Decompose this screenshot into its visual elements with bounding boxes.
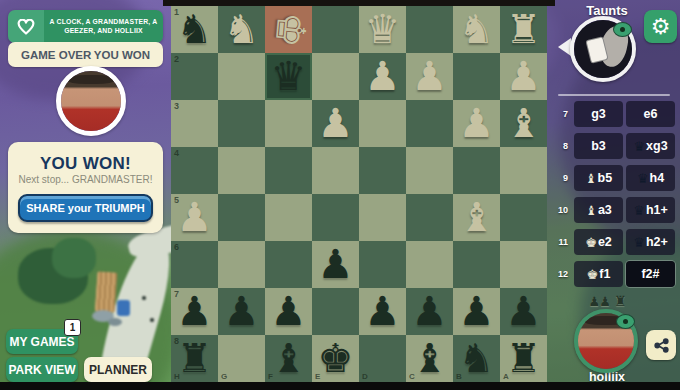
move-text: g3: [591, 107, 606, 121]
square-g1[interactable]: ♞: [218, 6, 265, 53]
move-cell-white-8[interactable]: b3: [574, 133, 623, 159]
move-cell-black-11[interactable]: ♛h2+: [626, 229, 675, 255]
share-button[interactable]: [646, 330, 676, 360]
move-row-8: 8b3♛xg3: [547, 133, 680, 159]
move-cell-white-10[interactable]: ♝a3: [574, 197, 623, 223]
square-e1[interactable]: [312, 6, 359, 53]
move-cell-black-9[interactable]: ♛h4: [626, 165, 675, 191]
square-d8[interactable]: D: [359, 335, 406, 382]
rank-label: 6: [174, 242, 179, 252]
game-status-card: GAME OVER YOU WON: [8, 42, 163, 67]
eye-icon: [616, 314, 635, 329]
square-a1[interactable]: ♜: [500, 6, 547, 53]
chess-board: 1♞♞♚♛♞♜2♛♟♟♟3♟♟♝45♟♝6♟7♟♟♟♟♟♟♟8H♜GF♝E♚DC…: [171, 6, 547, 382]
square-e4[interactable]: [312, 147, 359, 194]
file-label: E: [315, 372, 320, 381]
square-a3[interactable]: ♝: [500, 100, 547, 147]
black-queen-icon: ♛: [637, 171, 649, 186]
square-d7[interactable]: ♟: [359, 288, 406, 335]
square-f4[interactable]: [265, 147, 312, 194]
gear-icon: ⚙: [651, 16, 671, 38]
square-e7[interactable]: [312, 288, 359, 335]
park-view-button[interactable]: PARK VIEW: [6, 357, 78, 382]
square-f1[interactable]: ♚: [265, 6, 312, 53]
square-g5[interactable]: [218, 194, 265, 241]
square-g7[interactable]: ♟: [218, 288, 265, 335]
square-c1[interactable]: [406, 6, 453, 53]
share-icon: [653, 337, 670, 354]
move-list-divider: [558, 94, 670, 96]
planner-button[interactable]: PLANNER: [84, 357, 152, 382]
square-f7[interactable]: ♟: [265, 288, 312, 335]
player-avatar-large[interactable]: [56, 66, 126, 136]
square-g6[interactable]: [218, 241, 265, 288]
white-pawn-piece: ♟: [359, 53, 406, 100]
square-d1[interactable]: ♛: [359, 6, 406, 53]
move-text: xg3: [646, 139, 668, 153]
match-title: A CLOCK, A GRANDMASTER, A GEEZER, AND HO…: [44, 10, 163, 43]
black-queen-icon: ♛: [633, 139, 645, 154]
file-label: C: [409, 372, 415, 381]
move-row-11: 11♚e2♛h2+: [547, 229, 680, 255]
square-h7[interactable]: 7♟: [171, 288, 218, 335]
player-photo: [61, 71, 121, 131]
black-queen-piece: ♛: [265, 53, 312, 100]
rank-label: 8: [174, 336, 179, 346]
white-king-icon: ♚: [587, 267, 599, 282]
white-king-icon: ♚: [585, 235, 597, 250]
move-text: f1: [599, 267, 610, 281]
app-window: A CLOCK, A GRANDMASTER, A GEEZER, AND HO…: [0, 0, 680, 390]
match-title-bar: A CLOCK, A GRANDMASTER, A GEEZER, AND HO…: [8, 10, 163, 43]
file-label: F: [268, 372, 273, 381]
square-b3[interactable]: ♟: [453, 100, 500, 147]
square-f8[interactable]: F♝: [265, 335, 312, 382]
rank-label: 4: [174, 148, 179, 158]
bird: [150, 318, 154, 322]
square-b7[interactable]: ♟: [453, 288, 500, 335]
move-number: 7: [553, 109, 568, 119]
white-pawn-piece: ♟: [406, 53, 453, 100]
move-cell-black-8[interactable]: ♛xg3: [626, 133, 675, 159]
settings-button[interactable]: ⚙: [644, 10, 677, 43]
white-king-piece: ♚: [265, 4, 316, 55]
square-g2[interactable]: [218, 53, 265, 100]
bottom-bar: [0, 382, 680, 390]
rank-label: 1: [174, 7, 179, 17]
result-card: YOU WON! Next stop... GRANDMASTER! SHARE…: [8, 142, 163, 233]
you-won-label: YOU WON: [94, 49, 150, 61]
square-c7[interactable]: ♟: [406, 288, 453, 335]
square-b1[interactable]: ♞: [453, 6, 500, 53]
eye-icon: [613, 22, 632, 37]
square-g4[interactable]: [218, 147, 265, 194]
square-h6[interactable]: 6: [171, 241, 218, 288]
move-list: 7g3e68b3♛xg39♝b5♛h410♝a3♛h1+11♚e2♛h2+12♚…: [547, 101, 680, 287]
square-e5[interactable]: [312, 194, 359, 241]
white-pawn-piece: ♟: [453, 100, 500, 147]
square-b5[interactable]: ♝: [453, 194, 500, 241]
black-pawn-piece: ♟: [500, 288, 547, 335]
move-number: 9: [553, 173, 568, 183]
square-e6[interactable]: ♟: [312, 241, 359, 288]
square-a7[interactable]: ♟: [500, 288, 547, 335]
file-label: B: [456, 372, 462, 381]
white-bishop-piece: ♝: [453, 194, 500, 241]
move-text: a3: [598, 203, 612, 217]
file-label: H: [174, 372, 180, 381]
move-text: b3: [591, 139, 606, 153]
move-cell-white-11[interactable]: ♚e2: [574, 229, 623, 255]
square-a4[interactable]: [500, 147, 547, 194]
white-bishop-icon: ♝: [585, 203, 597, 218]
square-b2[interactable]: [453, 53, 500, 100]
share-triumph-button[interactable]: SHARE your TRIUMPH: [18, 194, 153, 222]
square-d5[interactable]: [359, 194, 406, 241]
result-title: YOU WON!: [8, 154, 163, 174]
white-rook-piece: ♜: [500, 6, 547, 53]
square-f2[interactable]: ♛: [265, 53, 312, 100]
park-sign: [95, 271, 118, 312]
move-text: h1+: [646, 203, 668, 217]
file-label: A: [503, 372, 509, 381]
black-pawn-piece: ♟: [218, 288, 265, 335]
square-c8[interactable]: C♝: [406, 335, 453, 382]
file-label: G: [221, 372, 227, 381]
white-pawn-piece: ♟: [312, 100, 359, 147]
square-e2[interactable]: [312, 53, 359, 100]
square-b6[interactable]: [453, 241, 500, 288]
black-pawn-piece: ♟: [265, 288, 312, 335]
square-e8[interactable]: E♚: [312, 335, 359, 382]
square-a6[interactable]: [500, 241, 547, 288]
my-games-badge: 1: [64, 319, 81, 336]
square-f6[interactable]: [265, 241, 312, 288]
result-subtitle: Next stop... GRANDMASTER!: [8, 174, 163, 185]
move-row-7: 7g3e6: [547, 101, 680, 127]
square-h4[interactable]: 4: [171, 147, 218, 194]
move-text: b5: [598, 171, 613, 185]
captured-pawn-icon: ♟: [599, 294, 610, 309]
captured-pawn-icon: ♟: [589, 294, 600, 309]
trash-bin: [117, 300, 130, 316]
move-number: 10: [553, 205, 568, 215]
captured-pieces-tray: ♟♟♜: [547, 293, 667, 309]
file-label: D: [362, 372, 368, 381]
square-d6[interactable]: [359, 241, 406, 288]
square-d4[interactable]: [359, 147, 406, 194]
white-queen-piece: ♛: [359, 6, 406, 53]
favorite-button[interactable]: [8, 10, 44, 43]
move-number: 12: [553, 269, 568, 279]
tree: [52, 238, 96, 278]
square-h1[interactable]: 1♞: [171, 6, 218, 53]
black-queen-icon: ♛: [633, 203, 645, 218]
captured-rook-icon: ♜: [614, 293, 626, 309]
square-e3[interactable]: ♟: [312, 100, 359, 147]
square-c3[interactable]: [406, 100, 453, 147]
move-text: h2+: [646, 235, 668, 249]
move-cell-black-10[interactable]: ♛h1+: [626, 197, 675, 223]
move-row-10: 10♝a3♛h1+: [547, 197, 680, 223]
game-over-label: GAME OVER: [21, 49, 91, 61]
black-pawn-piece: ♟: [453, 288, 500, 335]
white-pawn-piece: ♟: [500, 53, 547, 100]
move-cell-white-7[interactable]: g3: [574, 101, 623, 127]
square-g3[interactable]: [218, 100, 265, 147]
move-text: e2: [598, 235, 612, 249]
square-c2[interactable]: ♟: [406, 53, 453, 100]
square-b4[interactable]: [453, 147, 500, 194]
move-row-12: 12♚f1f2#: [547, 261, 680, 287]
move-text: f2#: [641, 267, 659, 281]
square-g8[interactable]: G: [218, 335, 265, 382]
move-row-9: 9♝b5♛h4: [547, 165, 680, 191]
square-h3[interactable]: 3: [171, 100, 218, 147]
square-b8[interactable]: B♞: [453, 335, 500, 382]
move-number: 8: [553, 141, 568, 151]
bird: [142, 296, 146, 300]
black-pawn-piece: ♟: [406, 288, 453, 335]
square-c4[interactable]: [406, 147, 453, 194]
black-pawn-piece: ♟: [312, 241, 359, 288]
move-cell-black-12[interactable]: f2#: [626, 261, 675, 287]
square-f3[interactable]: [265, 100, 312, 147]
rank-label: 3: [174, 101, 179, 111]
square-h2[interactable]: 2: [171, 53, 218, 100]
move-number: 11: [553, 237, 568, 247]
square-f5[interactable]: [265, 194, 312, 241]
rank-label: 2: [174, 54, 179, 64]
square-a2[interactable]: ♟: [500, 53, 547, 100]
white-bishop-icon: ♝: [585, 171, 597, 186]
white-bishop-piece: ♝: [500, 100, 547, 147]
rank-label: 7: [174, 289, 179, 299]
white-knight-piece: ♞: [453, 6, 500, 53]
rank-label: 5: [174, 195, 179, 205]
move-text: h4: [650, 171, 665, 185]
white-knight-piece: ♞: [218, 6, 265, 53]
square-a8[interactable]: A♜: [500, 335, 547, 382]
square-d3[interactable]: [359, 100, 406, 147]
square-c5[interactable]: [406, 194, 453, 241]
square-c6[interactable]: [406, 241, 453, 288]
heart-icon: [17, 19, 35, 35]
square-a5[interactable]: [500, 194, 547, 241]
square-d2[interactable]: ♟: [359, 53, 406, 100]
move-cell-black-7[interactable]: e6: [626, 101, 675, 127]
move-cell-white-12[interactable]: ♚f1: [574, 261, 623, 287]
move-cell-white-9[interactable]: ♝b5: [574, 165, 623, 191]
black-pawn-piece: ♟: [359, 288, 406, 335]
square-h8[interactable]: 8H♜: [171, 335, 218, 382]
square-h5[interactable]: 5♟: [171, 194, 218, 241]
black-queen-icon: ♛: [633, 235, 645, 250]
move-text: e6: [644, 107, 658, 121]
rock: [108, 318, 122, 326]
